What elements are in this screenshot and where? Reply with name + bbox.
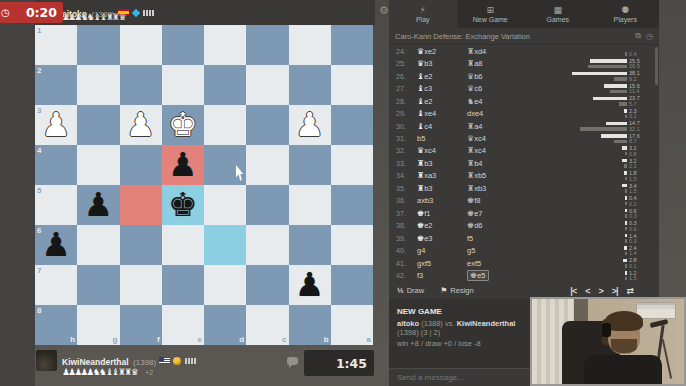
square-f3[interactable]: ♟ — [120, 105, 162, 145]
prev-move-button[interactable]: < — [585, 286, 589, 296]
black-move[interactable]: ♛xc4 — [467, 134, 525, 143]
left-margin — [0, 0, 35, 386]
white-move[interactable]: ♝e2 — [417, 97, 467, 106]
first-move-button[interactable]: |< — [570, 286, 576, 296]
move-time-bar — [593, 97, 627, 101]
top-player-clock: ◷ 0:20 — [0, 2, 63, 23]
move-row-31: 31.b5♛xc417.68.7 — [389, 132, 659, 144]
square-c4[interactable] — [246, 145, 288, 185]
move-row-40: 40.g4g52.41.4 — [389, 245, 659, 257]
square-d7[interactable] — [204, 265, 246, 305]
resign-flag-icon: ⚑ — [440, 286, 447, 295]
square-d2[interactable] — [204, 65, 246, 105]
square-c5[interactable] — [246, 185, 288, 225]
move-time-bar — [604, 84, 627, 88]
square-a4[interactable] — [331, 145, 373, 185]
rank-label: 7 — [37, 266, 41, 275]
square-f8[interactable]: f — [120, 305, 162, 345]
white-move[interactable]: gxf5 — [417, 259, 467, 268]
material-score: +2 — [145, 369, 153, 376]
square-d3[interactable] — [204, 105, 246, 145]
smiley-icon — [173, 357, 181, 365]
file-label: c — [282, 335, 286, 344]
white-pawn-h3[interactable]: ♟ — [35, 105, 77, 145]
top-captured-pieces: ♟♟♟ ♞♞ ♝♝ ♜♜ ♛ — [62, 12, 125, 22]
file-label: d — [239, 335, 244, 344]
square-g5[interactable]: ♟ — [77, 185, 119, 225]
square-b1[interactable] — [289, 25, 331, 65]
square-g1[interactable] — [77, 25, 119, 65]
move-time-bar — [606, 122, 627, 126]
black-move[interactable]: f5 — [467, 234, 525, 243]
move-row-33: 33.♜b3♜b43.22.1 — [389, 157, 659, 169]
message-input[interactable] — [397, 373, 517, 382]
white-move[interactable]: ♝xe4 — [417, 109, 467, 118]
black-move[interactable]: ♜xb3 — [467, 184, 525, 193]
black-pawn-g5[interactable]: ♟ — [77, 185, 119, 225]
next-move-button[interactable]: > — [598, 286, 602, 296]
black-move[interactable]: ♛b6 — [467, 72, 525, 81]
square-b2[interactable] — [289, 65, 331, 105]
square-f4[interactable] — [120, 145, 162, 185]
chess-board[interactable]: 123♟♟♚♟4♟5♟♚6♟7♟8hgfedcba — [35, 25, 373, 345]
tab-new-game[interactable]: ⊞New Game — [457, 0, 525, 28]
white-move[interactable]: b5 — [417, 134, 467, 143]
square-f2[interactable] — [120, 65, 162, 105]
square-f5[interactable] — [120, 185, 162, 225]
white-move[interactable]: ♝c3 — [417, 84, 467, 93]
scrollbar[interactable] — [655, 47, 658, 85]
white-move[interactable]: f3 — [417, 271, 467, 280]
move-time-bar — [614, 140, 627, 144]
webcam-overlay — [530, 297, 686, 386]
square-h2[interactable]: 2 — [35, 65, 77, 105]
square-h7[interactable]: 7 — [35, 265, 77, 305]
white-move[interactable]: ♛xc4 — [417, 146, 467, 155]
bottom-player-clock: 1:45 — [304, 350, 374, 376]
file-label: e — [198, 335, 202, 344]
new-game-matchup: aitoko (1388) vs. KiwiNeanderthal (1398)… — [397, 319, 532, 337]
clock-icon: ◷ — [1, 7, 10, 18]
square-a1[interactable] — [331, 25, 373, 65]
black-pawn-h6[interactable]: ♟ — [35, 225, 77, 265]
settings-gear-icon[interactable]: ⚙ — [379, 4, 389, 17]
copy-icon[interactable]: ⧉ — [635, 31, 641, 41]
move-nav: |< < > >| ⇄ — [570, 286, 633, 296]
move-row-27: 27.♝c3♛c615.611.4 — [389, 82, 659, 94]
square-e3[interactable]: ♚ — [162, 105, 204, 145]
black-king-e5[interactable]: ♚ — [162, 185, 204, 225]
move-time-bar — [572, 72, 627, 76]
square-h6[interactable]: 6♟ — [35, 225, 77, 265]
games-icon: ▦ — [553, 6, 562, 15]
square-a3[interactable] — [331, 105, 373, 145]
last-move-button[interactable]: >| — [612, 286, 618, 296]
black-move[interactable]: ♜a4 — [467, 122, 525, 131]
black-move[interactable]: ♚d6 — [467, 221, 525, 230]
square-g8[interactable]: g — [77, 305, 119, 345]
move-row-39: 39.♚e3f51.40.3 — [389, 232, 659, 244]
square-g2[interactable] — [77, 65, 119, 105]
square-e6[interactable] — [162, 225, 204, 265]
white-move[interactable]: ♚f1 — [417, 209, 467, 218]
square-g3[interactable] — [77, 105, 119, 145]
square-a6[interactable] — [331, 225, 373, 265]
half-point-icon: ½ — [397, 286, 404, 295]
square-a8[interactable]: a — [331, 305, 373, 345]
file-label: b — [324, 335, 329, 344]
black-move[interactable]: ♜xc4 — [467, 146, 525, 155]
new game-icon: ⊞ — [486, 6, 494, 15]
rank-label: 1 — [37, 26, 41, 35]
square-e8[interactable]: e — [162, 305, 204, 345]
move-row-35: 35.♜b3♜xb33.41.5 — [389, 182, 659, 194]
black-move[interactable]: g5 — [467, 246, 525, 255]
move-row-42: 42.f3♚e51.21.5 — [389, 269, 659, 281]
resign-button[interactable]: ⚑Resign — [440, 286, 474, 295]
tab-bar: ⚡Play⊞New Game▦Games⚉Players — [389, 0, 659, 28]
white-move[interactable]: ♝e2 — [417, 72, 467, 81]
black-move[interactable]: exf5 — [467, 259, 525, 268]
file-label: h — [70, 335, 75, 344]
streamer-beard — [611, 339, 637, 353]
flag-icon — [159, 357, 170, 364]
square-d5[interactable] — [204, 185, 246, 225]
flip-board-button[interactable]: ⇄ — [626, 286, 633, 296]
square-g4[interactable] — [77, 145, 119, 185]
chat-bubble-icon[interactable] — [287, 357, 298, 365]
bottom-player-avatar[interactable] — [36, 350, 57, 371]
players-icon: ⚉ — [621, 6, 629, 15]
move-row-25: 25.♛b3♜a825.526.9 — [389, 57, 659, 69]
white-move[interactable]: ♚e3 — [417, 234, 467, 243]
white-pawn-b3[interactable]: ♟ — [289, 105, 331, 145]
move-time-bar — [580, 127, 627, 131]
square-b6[interactable] — [289, 225, 331, 265]
black-move[interactable]: ♜xb5 — [467, 171, 525, 180]
square-h1[interactable]: 1 — [35, 25, 77, 65]
draw-button[interactable]: ½Draw — [397, 286, 424, 295]
square-e1[interactable] — [162, 25, 204, 65]
square-h4[interactable]: 4 — [35, 145, 77, 185]
rank-label: 2 — [37, 66, 41, 75]
white-move[interactable]: ♝c4 — [417, 122, 467, 131]
square-c7[interactable] — [246, 265, 288, 305]
black-pawn-e4[interactable]: ♟ — [162, 145, 204, 185]
connection-signal-icon — [143, 10, 154, 16]
black-pawn-b7[interactable]: ♟ — [289, 265, 331, 305]
move-time-bar — [588, 65, 627, 69]
square-c8[interactable]: c — [246, 305, 288, 345]
move-time-bar — [590, 59, 627, 63]
headphones — [602, 323, 611, 337]
black-move[interactable]: dxe4 — [467, 109, 525, 118]
square-b4[interactable] — [289, 145, 331, 185]
move-list[interactable]: 24.♛xe2♜xd40.425.♛b3♜a825.526.926.♝e2♛b6… — [389, 45, 659, 282]
opening-row: Caro-Kann Defense: Exchange Variation ⧉ … — [389, 28, 659, 45]
square-b8[interactable]: b — [289, 305, 331, 345]
file-label: f — [157, 335, 160, 344]
move-row-37: 37.♚f1♚e70.60.3 — [389, 207, 659, 219]
square-c3[interactable] — [246, 105, 288, 145]
rank-label: 8 — [37, 306, 41, 315]
file-label: a — [367, 335, 371, 344]
move-time-bar — [614, 77, 627, 81]
file-label: g — [113, 335, 118, 344]
move-row-32: 32.♛xc4♜xc43.20.8 — [389, 145, 659, 157]
black-move[interactable]: ♜xd4 — [467, 47, 525, 56]
tab-games[interactable]: ▦Games — [524, 0, 592, 28]
white-move[interactable]: ♛b3 — [417, 59, 467, 68]
white-move[interactable]: g4 — [417, 246, 467, 255]
square-h5[interactable]: 5 — [35, 185, 77, 225]
premium-diamond-icon — [131, 9, 139, 17]
black-move[interactable]: ♜b4 — [467, 159, 525, 168]
connection-signal-icon — [185, 358, 196, 364]
square-d1[interactable] — [204, 25, 246, 65]
square-g7[interactable] — [77, 265, 119, 305]
clock-icon[interactable]: ◷ — [646, 32, 653, 41]
tab-play[interactable]: ⚡Play — [389, 0, 457, 28]
move-row-38: 38.♚e2♚d60.30.6 — [389, 220, 659, 232]
black-move[interactable]: ♞e4 — [467, 97, 525, 106]
white-king-e3[interactable]: ♚ — [162, 105, 204, 145]
square-e2[interactable] — [162, 65, 204, 105]
square-h8[interactable]: 8h — [35, 305, 77, 345]
move-row-29: 29.♝xe4dxe42.30.1 — [389, 107, 659, 119]
white-move[interactable]: ♜b3 — [417, 159, 467, 168]
rank-label: 4 — [37, 146, 41, 155]
move-row-28: 28.♝e2♞e423.75.7 — [389, 95, 659, 107]
move-row-36: 36.axb3♚f80.40.2 — [389, 195, 659, 207]
top-player-bar: ♟ aitoko (1388) ♟♟♟ ♞♞ ♝♝ ♜♜ ♛ ◷ 0:20 — [35, 0, 375, 25]
square-e4[interactable]: ♟ — [162, 145, 204, 185]
whiteboard — [636, 302, 676, 319]
move-row-30: 30.♝c4♜a414.732.1 — [389, 120, 659, 132]
white-move[interactable]: axb3 — [417, 196, 467, 205]
rank-label: 5 — [37, 186, 41, 195]
square-g6[interactable] — [77, 225, 119, 265]
square-b7[interactable]: ♟ — [289, 265, 331, 305]
tab-players[interactable]: ⚉Players — [592, 0, 660, 28]
play-icon: ⚡ — [420, 6, 426, 15]
move-row-24: 24.♛xe2♜xd40.4 — [389, 45, 659, 57]
square-a7[interactable] — [331, 265, 373, 305]
square-e7[interactable] — [162, 265, 204, 305]
white-move[interactable]: ♛xe2 — [417, 47, 467, 56]
square-c2[interactable] — [246, 65, 288, 105]
square-c6[interactable] — [246, 225, 288, 265]
move-time-bar — [601, 134, 627, 138]
move-row-26: 26.♝e2♛b638.19.2 — [389, 70, 659, 82]
square-c1[interactable] — [246, 25, 288, 65]
white-move[interactable]: ♜xa3 — [417, 171, 467, 180]
black-move[interactable]: ♛c6 — [467, 84, 525, 93]
square-e5[interactable]: ♚ — [162, 185, 204, 225]
white-pawn-f3[interactable]: ♟ — [120, 105, 162, 145]
bottom-captured-pieces: ♟♟♟♟♟ ♞♞ ♝♝ ♜♜ ♛ — [62, 367, 137, 377]
black-move[interactable]: ♚e5 — [467, 270, 525, 281]
white-move[interactable]: ♚e2 — [417, 221, 467, 230]
black-move[interactable]: ♚f8 — [467, 196, 525, 205]
move-time-bar — [619, 102, 627, 106]
square-a5[interactable] — [331, 185, 373, 225]
streamer-torso — [584, 355, 662, 386]
black-move[interactable]: ♜a8 — [467, 59, 525, 68]
move-time-bar — [610, 90, 627, 94]
square-d8[interactable]: d — [204, 305, 246, 345]
square-d6[interactable] — [204, 225, 246, 265]
square-b3[interactable]: ♟ — [289, 105, 331, 145]
square-f1[interactable] — [120, 25, 162, 65]
opening-name: Caro-Kann Defense: Exchange Variation — [395, 32, 630, 41]
square-h3[interactable]: 3♟ — [35, 105, 77, 145]
square-f7[interactable] — [120, 265, 162, 305]
black-move[interactable]: ♚e7 — [467, 209, 525, 218]
square-b5[interactable] — [289, 185, 331, 225]
move-row-34: 34.♜xa3♜xb51.81.5 — [389, 170, 659, 182]
white-move[interactable]: ♜b3 — [417, 184, 467, 193]
move-row-41: 41.gxf5exf52.80.1 — [389, 257, 659, 269]
square-a2[interactable] — [331, 65, 373, 105]
square-f6[interactable] — [120, 225, 162, 265]
